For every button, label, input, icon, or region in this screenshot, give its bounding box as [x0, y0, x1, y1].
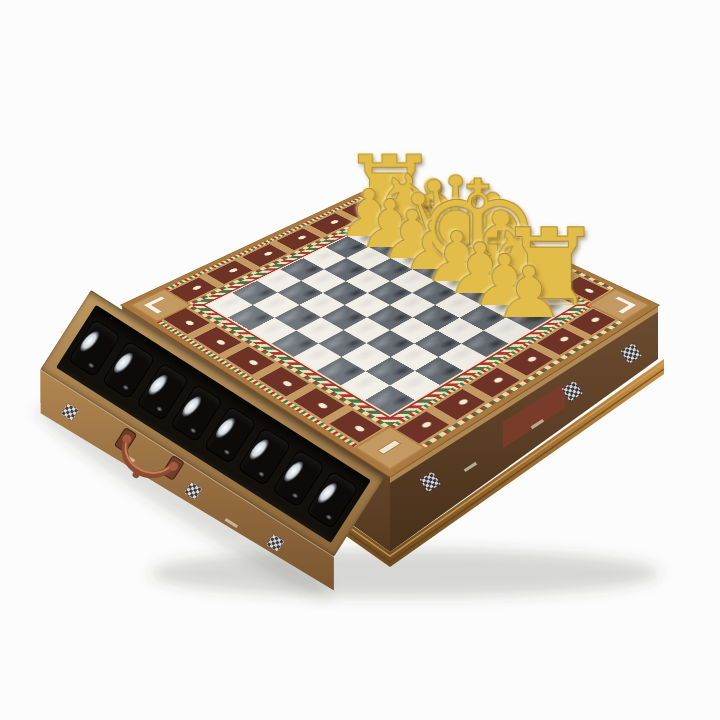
square-h1: ♜ — [527, 293, 573, 318]
chessboard-top: ♟♜♟♞♟♝♟♛♟♚♟♝♟♞♟♜ — [121, 179, 658, 477]
rope-band-frame: ♟♜♟♞♟♝♟♛♟♚♟♝♟♞♟♜ — [192, 209, 588, 426]
perspective-wrapper: ♟♜♟♞♟♝♟♛♟♚♟♝♟♞♟♜ — [0, 0, 720, 720]
chess-box-product-photo: ♟♜♟♞♟♝♟♛♟♚♟♝♟♞♟♜ — [0, 0, 720, 720]
square-b7 — [253, 293, 299, 318]
square-g2: ♟ — [481, 293, 527, 318]
square-h8 — [365, 385, 415, 415]
